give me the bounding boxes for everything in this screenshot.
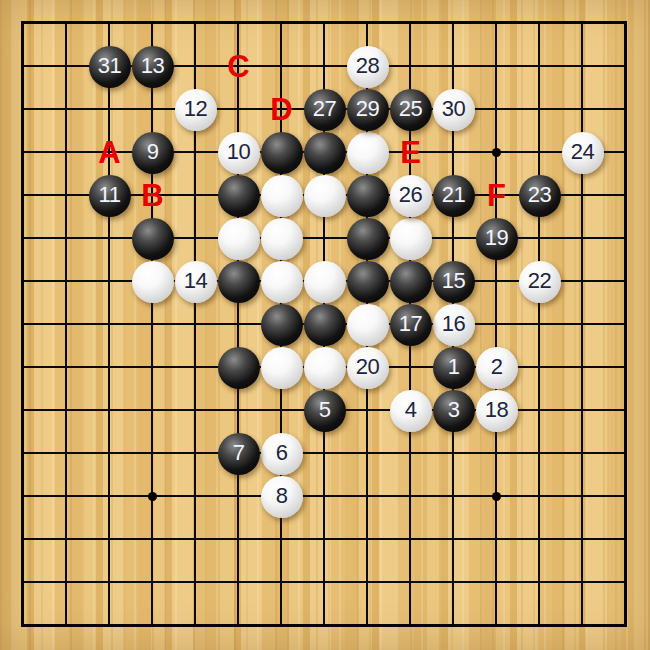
go-stone-cell: 13 [131, 45, 174, 88]
stone-black-13: 13 [132, 46, 174, 88]
stone-black-21: 21 [433, 175, 475, 217]
stone-white-2: 2 [476, 347, 518, 389]
star-point [475, 131, 518, 174]
go-stone-cell: 29 [346, 88, 389, 131]
go-stone-cell [389, 260, 432, 303]
stone-black [261, 304, 303, 346]
go-stone-cell: 11 [88, 174, 131, 217]
go-stone-cell: 31 [88, 45, 131, 88]
go-stone-cell [217, 260, 260, 303]
go-stone-cell [346, 303, 389, 346]
stone-white [218, 218, 260, 260]
stone-black [390, 261, 432, 303]
stone-white-22: 22 [519, 261, 561, 303]
go-stone-cell: 7 [217, 432, 260, 475]
letter-marker-a[interactable]: A [88, 131, 131, 174]
letter-marker-f[interactable]: F [475, 174, 518, 217]
letter-label: D [270, 94, 292, 125]
letter-label: B [141, 180, 163, 211]
star-point [475, 475, 518, 518]
stone-white-6: 6 [261, 433, 303, 475]
stone-number: 13 [141, 55, 164, 78]
stone-number: 29 [356, 98, 379, 121]
stone-number: 24 [571, 141, 594, 164]
go-board[interactable]: 1234567891011121314151617181920212223242… [0, 0, 650, 650]
stone-white [347, 304, 389, 346]
stone-black [304, 304, 346, 346]
stone-black-29: 29 [347, 89, 389, 131]
stone-number: 26 [399, 184, 422, 207]
letter-label: F [487, 180, 506, 211]
stone-white-8: 8 [261, 476, 303, 518]
stone-black [347, 218, 389, 260]
stone-black-25: 25 [390, 89, 432, 131]
stone-black-5: 5 [304, 390, 346, 432]
stone-white-18: 18 [476, 390, 518, 432]
stone-number: 5 [319, 399, 331, 422]
stone-layer: 1234567891011121314151617181920212223242… [2, 2, 647, 647]
stone-black [347, 175, 389, 217]
stone-number: 3 [448, 399, 460, 422]
go-stone-cell [260, 131, 303, 174]
go-stone-cell: 16 [432, 303, 475, 346]
stone-black [304, 132, 346, 174]
go-stone-cell [217, 174, 260, 217]
stone-white-10: 10 [218, 132, 260, 174]
go-stone-cell [389, 217, 432, 260]
stone-number: 28 [356, 55, 379, 78]
stone-black-7: 7 [218, 433, 260, 475]
stone-white [261, 175, 303, 217]
star-point-dot [492, 492, 501, 501]
go-stone-cell: 9 [131, 131, 174, 174]
stone-black-19: 19 [476, 218, 518, 260]
stone-black-1: 1 [433, 347, 475, 389]
star-point-dot [148, 492, 157, 501]
go-stone-cell [303, 174, 346, 217]
go-stone-cell [217, 217, 260, 260]
stone-number: 18 [485, 399, 508, 422]
go-stone-cell [303, 131, 346, 174]
go-stone-cell: 21 [432, 174, 475, 217]
go-stone-cell: 23 [518, 174, 561, 217]
go-stone-cell: 25 [389, 88, 432, 131]
letter-label: E [400, 137, 421, 168]
stone-white-20: 20 [347, 347, 389, 389]
stone-white [261, 347, 303, 389]
go-stone-cell [260, 346, 303, 389]
stone-white-28: 28 [347, 46, 389, 88]
stone-black-23: 23 [519, 175, 561, 217]
go-stone-cell [260, 217, 303, 260]
stone-black [218, 261, 260, 303]
stone-number: 7 [233, 442, 245, 465]
stone-white-14: 14 [175, 261, 217, 303]
go-stone-cell: 1 [432, 346, 475, 389]
stone-white-24: 24 [562, 132, 604, 174]
stone-number: 8 [276, 485, 288, 508]
stone-number: 16 [442, 313, 465, 336]
stone-black [261, 132, 303, 174]
letter-marker-b[interactable]: B [131, 174, 174, 217]
go-stone-cell [346, 131, 389, 174]
go-stone-cell: 19 [475, 217, 518, 260]
stone-number: 23 [528, 184, 551, 207]
stone-number: 27 [313, 98, 336, 121]
star-point-dot [492, 148, 501, 157]
stone-number: 11 [99, 184, 121, 207]
go-stone-cell: 12 [174, 88, 217, 131]
go-stone-cell [260, 174, 303, 217]
go-stone-cell [131, 217, 174, 260]
go-stone-cell: 2 [475, 346, 518, 389]
go-stone-cell [303, 303, 346, 346]
go-stone-cell: 8 [260, 475, 303, 518]
go-stone-cell: 18 [475, 389, 518, 432]
stone-number: 9 [147, 141, 159, 164]
star-point [131, 475, 174, 518]
letter-marker-e[interactable]: E [389, 131, 432, 174]
stone-black-15: 15 [433, 261, 475, 303]
stone-number: 15 [442, 270, 465, 293]
stone-white-4: 4 [390, 390, 432, 432]
stone-black-9: 9 [132, 132, 174, 174]
stone-black [132, 218, 174, 260]
stone-number: 14 [184, 270, 207, 293]
stone-black [218, 175, 260, 217]
go-stone-cell: 27 [303, 88, 346, 131]
go-stone-cell [346, 174, 389, 217]
go-stone-cell [260, 303, 303, 346]
stone-black [347, 261, 389, 303]
go-stone-cell: 24 [561, 131, 604, 174]
go-stone-cell: 15 [432, 260, 475, 303]
letter-label: A [98, 137, 120, 168]
letter-label: C [227, 51, 249, 82]
stone-number: 30 [442, 98, 465, 121]
stone-number: 10 [227, 141, 250, 164]
stone-white-30: 30 [433, 89, 475, 131]
stone-white [132, 261, 174, 303]
stone-number: 6 [276, 442, 288, 465]
stone-number: 25 [399, 98, 422, 121]
stone-black [218, 347, 260, 389]
go-stone-cell [303, 346, 346, 389]
go-stone-cell [217, 346, 260, 389]
go-stone-cell: 20 [346, 346, 389, 389]
stone-number: 20 [356, 356, 379, 379]
go-stone-cell: 28 [346, 45, 389, 88]
stone-number: 4 [405, 399, 417, 422]
stone-white [347, 132, 389, 174]
stone-white [261, 218, 303, 260]
stone-white [304, 175, 346, 217]
stone-black-27: 27 [304, 89, 346, 131]
stone-white [304, 261, 346, 303]
stone-number: 17 [399, 313, 422, 336]
stone-white-16: 16 [433, 304, 475, 346]
go-stone-cell [260, 260, 303, 303]
go-stone-cell: 3 [432, 389, 475, 432]
go-stone-cell: 17 [389, 303, 432, 346]
letter-marker-d[interactable]: D [260, 88, 303, 131]
go-stone-cell: 10 [217, 131, 260, 174]
go-stone-cell [346, 260, 389, 303]
stone-number: 12 [184, 98, 207, 121]
stone-number: 2 [491, 356, 503, 379]
stone-black-17: 17 [390, 304, 432, 346]
stone-white [261, 261, 303, 303]
go-stone-cell: 4 [389, 389, 432, 432]
stone-black-3: 3 [433, 390, 475, 432]
stone-black-11: 11 [89, 175, 131, 217]
go-stone-cell: 22 [518, 260, 561, 303]
go-stone-cell [346, 217, 389, 260]
go-stone-cell [131, 260, 174, 303]
stone-number: 21 [442, 184, 465, 207]
go-stone-cell: 14 [174, 260, 217, 303]
stone-number: 31 [98, 55, 121, 78]
go-stone-cell [303, 260, 346, 303]
go-stone-cell: 30 [432, 88, 475, 131]
letter-marker-c[interactable]: C [217, 45, 260, 88]
stone-number: 1 [448, 356, 460, 379]
stone-number: 22 [528, 270, 551, 293]
stone-number: 19 [485, 227, 508, 250]
stone-white-26: 26 [390, 175, 432, 217]
stone-white-12: 12 [175, 89, 217, 131]
stone-white [390, 218, 432, 260]
go-stone-cell: 26 [389, 174, 432, 217]
go-stone-cell: 5 [303, 389, 346, 432]
stone-black-31: 31 [89, 46, 131, 88]
stone-white [304, 347, 346, 389]
go-stone-cell: 6 [260, 432, 303, 475]
